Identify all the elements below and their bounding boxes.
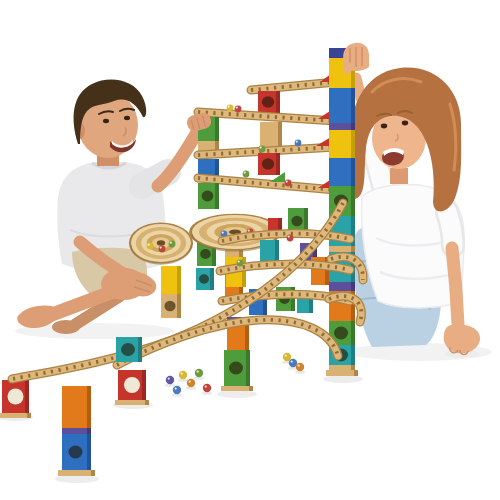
block-purple — [329, 123, 355, 130]
block-yellow — [161, 266, 181, 294]
marble-run-structure — [0, 48, 363, 483]
marble — [227, 105, 234, 112]
marble — [235, 106, 242, 113]
right-child-wrist — [356, 78, 361, 98]
left-boy-back-foot — [52, 320, 80, 334]
marble — [169, 241, 176, 248]
wooden-rail — [222, 234, 350, 241]
block-wood — [58, 470, 95, 476]
block-purple — [62, 428, 91, 434]
wooden-rail — [251, 82, 336, 90]
block-purple — [329, 282, 355, 291]
marble — [202, 384, 212, 395]
marble — [243, 171, 250, 178]
scene-svg — [0, 0, 500, 500]
block-blue — [329, 158, 355, 186]
block-wood — [329, 365, 355, 370]
floor-shadows — [0, 375, 363, 483]
right-child-neck — [390, 168, 408, 184]
block-red — [258, 153, 280, 175]
marble — [159, 246, 166, 253]
block-red — [258, 91, 280, 113]
block-green — [198, 183, 219, 209]
block-red — [2, 380, 29, 413]
marble — [295, 140, 302, 147]
left-boy-eye-left — [103, 119, 109, 123]
marble — [285, 180, 292, 187]
right-child-eye-right — [402, 121, 408, 126]
block-wood — [326, 370, 358, 376]
block-blue — [329, 88, 355, 123]
block-wood — [0, 413, 31, 418]
marble — [178, 371, 188, 382]
right-child-forearm — [452, 248, 458, 324]
marble — [287, 235, 294, 242]
marble — [259, 146, 266, 153]
marble — [237, 260, 244, 267]
block-wood — [221, 386, 253, 391]
block-teal — [116, 337, 142, 362]
block-wood — [260, 122, 282, 150]
left-boy-eye-right — [124, 116, 130, 120]
block-teal — [196, 268, 214, 290]
block-green — [224, 350, 250, 386]
block-wood — [161, 294, 181, 318]
block-orange — [62, 386, 91, 428]
block-blue — [62, 434, 91, 470]
block-yellow — [329, 130, 355, 158]
marble — [172, 386, 182, 397]
right-child-eye-left — [381, 124, 387, 129]
block-wood — [115, 400, 149, 405]
right-child — [345, 68, 492, 361]
product-photo — [0, 0, 500, 500]
marble — [194, 369, 204, 380]
marble — [147, 243, 154, 250]
block-red — [118, 370, 146, 400]
right-child-right-sleeve — [447, 212, 453, 246]
spiral-funnel — [129, 222, 193, 264]
block-wood — [329, 246, 355, 252]
marble — [165, 376, 175, 387]
